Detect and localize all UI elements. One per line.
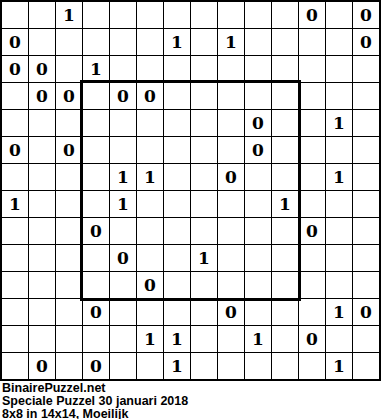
cell-r13c1: 0	[29, 353, 55, 379]
cell-r11c13: 0	[353, 299, 379, 325]
cell-r7c0: 1	[2, 191, 28, 217]
cell-r7c9[interactable]	[245, 191, 271, 217]
cell-r12c11: 0	[299, 326, 325, 352]
cell-r6c3[interactable]	[83, 164, 109, 190]
cell-r2c13[interactable]	[353, 56, 379, 82]
cell-r4c7[interactable]	[191, 110, 217, 136]
cell-r13c10[interactable]	[272, 353, 298, 379]
cell-r6c2[interactable]	[56, 164, 82, 190]
cell-r8c3: 0	[83, 218, 109, 244]
cell-r3c5: 0	[137, 83, 163, 109]
cell-r10c2[interactable]	[56, 272, 82, 298]
cell-r0c13: 0	[353, 2, 379, 28]
cell-r1c6: 1	[164, 29, 190, 55]
cell-r10c6[interactable]	[164, 272, 190, 298]
cell-r5c12[interactable]	[326, 137, 352, 163]
cell-r3c13[interactable]	[353, 83, 379, 109]
cell-r8c4[interactable]	[110, 218, 136, 244]
cell-r9c8[interactable]	[218, 245, 244, 271]
cell-r11c12: 1	[326, 299, 352, 325]
puzzle-page: 1000110001000001000110111100010001011100…	[0, 0, 381, 419]
cell-r10c10[interactable]	[272, 272, 298, 298]
cell-r11c6[interactable]	[164, 299, 190, 325]
cell-r5c13[interactable]	[353, 137, 379, 163]
cell-r0c1[interactable]	[29, 2, 55, 28]
cell-r6c12: 1	[326, 164, 352, 190]
cell-r7c10: 1	[272, 191, 298, 217]
cell-r7c3[interactable]	[83, 191, 109, 217]
cell-r6c1[interactable]	[29, 164, 55, 190]
cell-r5c3[interactable]	[83, 137, 109, 163]
cell-r11c5[interactable]	[137, 299, 163, 325]
cell-r7c11[interactable]	[299, 191, 325, 217]
cell-r1c3[interactable]	[83, 29, 109, 55]
cell-r5c6[interactable]	[164, 137, 190, 163]
cell-r8c7[interactable]	[191, 218, 217, 244]
cell-r4c10[interactable]	[272, 110, 298, 136]
cell-r12c7[interactable]	[191, 326, 217, 352]
cell-r9c4: 0	[110, 245, 136, 271]
footer: BinairePuzzel.net Speciale Puzzel 30 jan…	[0, 381, 381, 419]
cell-r2c4[interactable]	[110, 56, 136, 82]
cell-r1c0: 0	[2, 29, 28, 55]
cell-r12c3[interactable]	[83, 326, 109, 352]
cell-r5c2: 0	[56, 137, 82, 163]
cell-r12c4[interactable]	[110, 326, 136, 352]
cell-r8c12[interactable]	[326, 218, 352, 244]
cell-r5c1[interactable]	[29, 137, 55, 163]
cell-r9c11[interactable]	[299, 245, 325, 271]
binary-puzzle-board: 1000110001000001000110111100010001011100…	[0, 0, 381, 381]
cell-r4c0[interactable]	[2, 110, 28, 136]
cell-r6c10[interactable]	[272, 164, 298, 190]
cell-r1c2[interactable]	[56, 29, 82, 55]
cell-r1c13: 0	[353, 29, 379, 55]
cell-r7c13[interactable]	[353, 191, 379, 217]
cell-r8c0[interactable]	[2, 218, 28, 244]
cell-r1c10[interactable]	[272, 29, 298, 55]
cell-r13c0[interactable]	[2, 353, 28, 379]
cell-r6c7[interactable]	[191, 164, 217, 190]
cell-r0c2: 1	[56, 2, 82, 28]
cell-r7c12[interactable]	[326, 191, 352, 217]
cell-r3c12[interactable]	[326, 83, 352, 109]
cell-r5c5[interactable]	[137, 137, 163, 163]
cell-r13c3: 0	[83, 353, 109, 379]
cell-r3c11[interactable]	[299, 83, 325, 109]
cell-r10c0[interactable]	[2, 272, 28, 298]
cell-r9c10[interactable]	[272, 245, 298, 271]
cell-r11c7[interactable]	[191, 299, 217, 325]
cell-r8c8[interactable]	[218, 218, 244, 244]
cell-r0c5[interactable]	[137, 2, 163, 28]
cell-r12c8[interactable]	[218, 326, 244, 352]
cell-r5c10[interactable]	[272, 137, 298, 163]
cell-r4c6[interactable]	[164, 110, 190, 136]
cell-r11c9[interactable]	[245, 299, 271, 325]
cell-r5c9: 0	[245, 137, 271, 163]
cell-r4c3[interactable]	[83, 110, 109, 136]
cell-r3c0[interactable]	[2, 83, 28, 109]
cell-r12c12[interactable]	[326, 326, 352, 352]
cell-r10c13[interactable]	[353, 272, 379, 298]
cell-r4c4[interactable]	[110, 110, 136, 136]
cell-r2c6[interactable]	[164, 56, 190, 82]
cell-r0c12[interactable]	[326, 2, 352, 28]
cell-r9c0[interactable]	[2, 245, 28, 271]
cell-r10c5: 0	[137, 272, 163, 298]
puzzle-info: 8x8 in 14x14, Moeilijk	[2, 408, 381, 419]
cell-r9c9[interactable]	[245, 245, 271, 271]
cell-r11c3: 0	[83, 299, 109, 325]
cell-r12c2[interactable]	[56, 326, 82, 352]
cell-r11c10[interactable]	[272, 299, 298, 325]
cell-r12c0[interactable]	[2, 326, 28, 352]
cell-r13c4[interactable]	[110, 353, 136, 379]
cell-r2c3: 1	[83, 56, 109, 82]
cell-r12c10[interactable]	[272, 326, 298, 352]
cell-r13c8[interactable]	[218, 353, 244, 379]
cell-r6c5: 1	[137, 164, 163, 190]
cell-r9c12[interactable]	[326, 245, 352, 271]
cell-r6c8: 0	[218, 164, 244, 190]
cell-r2c12[interactable]	[326, 56, 352, 82]
cell-r7c8[interactable]	[218, 191, 244, 217]
cell-r3c6[interactable]	[164, 83, 190, 109]
cell-r0c4[interactable]	[110, 2, 136, 28]
cell-r4c13[interactable]	[353, 110, 379, 136]
cell-r3c7[interactable]	[191, 83, 217, 109]
cell-r10c1[interactable]	[29, 272, 55, 298]
cell-r10c9[interactable]	[245, 272, 271, 298]
cell-r1c12[interactable]	[326, 29, 352, 55]
cell-r6c11[interactable]	[299, 164, 325, 190]
cell-r8c5[interactable]	[137, 218, 163, 244]
cell-r13c5[interactable]	[137, 353, 163, 379]
cell-r4c2[interactable]	[56, 110, 82, 136]
cell-r7c4: 1	[110, 191, 136, 217]
cell-r6c4: 1	[110, 164, 136, 190]
cell-r0c3[interactable]	[83, 2, 109, 28]
cell-r3c9[interactable]	[245, 83, 271, 109]
cell-r13c6: 1	[164, 353, 190, 379]
cell-r6c13[interactable]	[353, 164, 379, 190]
cell-r3c2: 0	[56, 83, 82, 109]
cell-r9c13[interactable]	[353, 245, 379, 271]
cell-r7c7[interactable]	[191, 191, 217, 217]
cell-r7c2[interactable]	[56, 191, 82, 217]
cell-r8c11: 0	[299, 218, 325, 244]
cell-r4c1[interactable]	[29, 110, 55, 136]
cell-r1c4[interactable]	[110, 29, 136, 55]
cell-r12c9: 1	[245, 326, 271, 352]
cell-r13c11[interactable]	[299, 353, 325, 379]
cell-r10c8[interactable]	[218, 272, 244, 298]
cell-r12c5: 1	[137, 326, 163, 352]
cell-r11c4[interactable]	[110, 299, 136, 325]
cell-r12c1[interactable]	[29, 326, 55, 352]
cell-r2c0: 0	[2, 56, 28, 82]
cell-r9c5[interactable]	[137, 245, 163, 271]
cell-r4c11[interactable]	[299, 110, 325, 136]
cell-r4c5[interactable]	[137, 110, 163, 136]
cell-r6c6[interactable]	[164, 164, 190, 190]
cell-r0c0[interactable]	[2, 2, 28, 28]
cell-r11c1[interactable]	[29, 299, 55, 325]
cell-r10c4[interactable]	[110, 272, 136, 298]
cell-r13c9[interactable]	[245, 353, 271, 379]
cell-r10c11[interactable]	[299, 272, 325, 298]
cell-r5c0: 0	[2, 137, 28, 163]
cell-r8c9[interactable]	[245, 218, 271, 244]
cell-r10c3[interactable]	[83, 272, 109, 298]
cell-r5c7[interactable]	[191, 137, 217, 163]
cell-r9c2[interactable]	[56, 245, 82, 271]
cell-r9c1[interactable]	[29, 245, 55, 271]
cell-r8c1[interactable]	[29, 218, 55, 244]
cell-r0c8[interactable]	[218, 2, 244, 28]
cell-r13c13[interactable]	[353, 353, 379, 379]
cell-r0c9[interactable]	[245, 2, 271, 28]
cell-r7c5[interactable]	[137, 191, 163, 217]
cell-r10c7[interactable]	[191, 272, 217, 298]
cell-r11c2[interactable]	[56, 299, 82, 325]
cell-r2c1: 0	[29, 56, 55, 82]
cell-r13c7[interactable]	[191, 353, 217, 379]
cell-r0c6[interactable]	[164, 2, 190, 28]
cell-r2c5[interactable]	[137, 56, 163, 82]
cell-r9c7: 1	[191, 245, 217, 271]
cell-r5c11[interactable]	[299, 137, 325, 163]
cell-r4c12: 1	[326, 110, 352, 136]
cell-r2c11[interactable]	[299, 56, 325, 82]
cell-r4c9: 0	[245, 110, 271, 136]
cell-r9c6[interactable]	[164, 245, 190, 271]
cell-r1c5[interactable]	[137, 29, 163, 55]
cell-r13c2[interactable]	[56, 353, 82, 379]
cell-r8c2[interactable]	[56, 218, 82, 244]
cell-r3c1: 0	[29, 83, 55, 109]
cell-r1c11[interactable]	[299, 29, 325, 55]
cell-r8c13[interactable]	[353, 218, 379, 244]
cell-r2c10[interactable]	[272, 56, 298, 82]
cell-r10c12[interactable]	[326, 272, 352, 298]
cell-r1c1[interactable]	[29, 29, 55, 55]
cell-r1c8: 1	[218, 29, 244, 55]
cell-r6c9[interactable]	[245, 164, 271, 190]
cell-r8c10[interactable]	[272, 218, 298, 244]
cell-r11c11[interactable]	[299, 299, 325, 325]
cell-r2c2[interactable]	[56, 56, 82, 82]
cell-r12c13[interactable]	[353, 326, 379, 352]
cell-r9c3[interactable]	[83, 245, 109, 271]
cell-r7c6[interactable]	[164, 191, 190, 217]
cell-r6c0[interactable]	[2, 164, 28, 190]
cell-r0c10[interactable]	[272, 2, 298, 28]
cell-r0c11: 0	[299, 2, 325, 28]
cell-r11c8: 0	[218, 299, 244, 325]
cell-r3c8[interactable]	[218, 83, 244, 109]
cell-r2c8[interactable]	[218, 56, 244, 82]
cell-r3c4: 0	[110, 83, 136, 109]
cell-r5c8[interactable]	[218, 137, 244, 163]
cell-r1c9[interactable]	[245, 29, 271, 55]
cell-r1c7[interactable]	[191, 29, 217, 55]
cell-r2c9[interactable]	[245, 56, 271, 82]
cell-r3c10[interactable]	[272, 83, 298, 109]
cell-r13c12: 1	[326, 353, 352, 379]
cell-r0c7[interactable]	[191, 2, 217, 28]
cell-r11c0[interactable]	[2, 299, 28, 325]
cell-r8c6[interactable]	[164, 218, 190, 244]
cell-r3c3[interactable]	[83, 83, 109, 109]
cell-r12c6: 1	[164, 326, 190, 352]
cell-r7c1[interactable]	[29, 191, 55, 217]
cell-r2c7[interactable]	[191, 56, 217, 82]
cell-r4c8[interactable]	[218, 110, 244, 136]
cell-r5c4[interactable]	[110, 137, 136, 163]
